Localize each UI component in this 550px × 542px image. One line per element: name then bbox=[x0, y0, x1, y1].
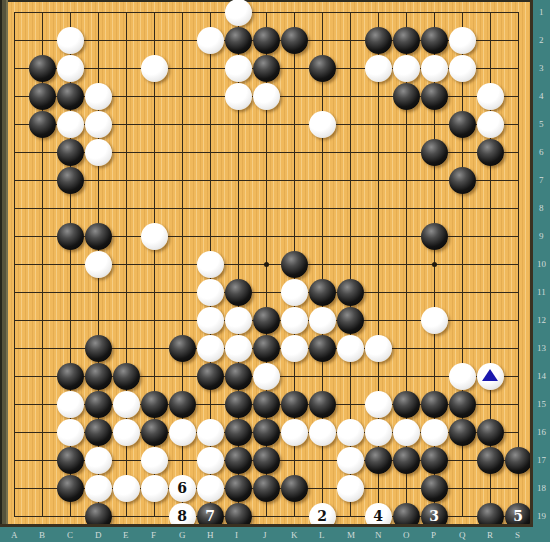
stone-black bbox=[253, 447, 280, 474]
stone-white bbox=[225, 55, 252, 82]
row-label: 1 bbox=[539, 8, 544, 17]
stone-black bbox=[365, 447, 392, 474]
row-label: 16 bbox=[537, 428, 546, 437]
column-label: Q bbox=[459, 531, 466, 540]
stone-white bbox=[141, 223, 168, 250]
stone-black bbox=[421, 391, 448, 418]
column-label: P bbox=[431, 531, 436, 540]
move-number-label: 2 bbox=[317, 509, 327, 523]
move-number-label: 8 bbox=[177, 509, 187, 523]
stone-black bbox=[57, 83, 84, 110]
stone-white bbox=[225, 0, 252, 26]
stone-black bbox=[29, 111, 56, 138]
stone-black bbox=[281, 27, 308, 54]
column-coordinates-bar bbox=[0, 527, 550, 542]
move-number-label: 5 bbox=[513, 509, 523, 523]
stone-white bbox=[337, 475, 364, 502]
move-number-label: 4 bbox=[373, 509, 383, 523]
stone-black bbox=[85, 363, 112, 390]
row-label: 9 bbox=[539, 232, 544, 241]
last-move-triangle-marker bbox=[482, 369, 498, 381]
stone-black bbox=[57, 223, 84, 250]
stone-black bbox=[393, 83, 420, 110]
stone-white bbox=[281, 279, 308, 306]
row-label: 13 bbox=[537, 344, 546, 353]
column-label: A bbox=[11, 531, 18, 540]
stone-white bbox=[309, 419, 336, 446]
stone-black bbox=[169, 391, 196, 418]
stone-black bbox=[225, 363, 252, 390]
stone-black bbox=[85, 335, 112, 362]
stone-black bbox=[225, 27, 252, 54]
stone-white bbox=[85, 475, 112, 502]
stone-white bbox=[477, 83, 504, 110]
stone-black bbox=[449, 167, 476, 194]
stone-white bbox=[421, 307, 448, 334]
stone-black bbox=[449, 419, 476, 446]
row-label: 2 bbox=[539, 36, 544, 45]
stone-white bbox=[57, 55, 84, 82]
stone-white bbox=[421, 419, 448, 446]
stone-white bbox=[141, 55, 168, 82]
grid-line-vertical bbox=[518, 12, 519, 517]
stone-black bbox=[141, 419, 168, 446]
stone-white bbox=[197, 251, 224, 278]
row-label: 8 bbox=[539, 204, 544, 213]
stone-black bbox=[309, 335, 336, 362]
stone-black bbox=[253, 335, 280, 362]
stone-white bbox=[281, 307, 308, 334]
stone-white bbox=[141, 475, 168, 502]
column-label: G bbox=[179, 531, 186, 540]
stone-black bbox=[197, 363, 224, 390]
move-number-label: 3 bbox=[429, 509, 439, 523]
stone-white bbox=[85, 139, 112, 166]
grid-line-horizontal bbox=[14, 292, 519, 293]
stone-white bbox=[225, 307, 252, 334]
stone-black bbox=[421, 27, 448, 54]
row-label: 15 bbox=[537, 400, 546, 409]
stone-white bbox=[113, 475, 140, 502]
stone-white bbox=[169, 419, 196, 446]
row-label: 14 bbox=[537, 372, 546, 381]
row-label: 18 bbox=[537, 484, 546, 493]
stone-white bbox=[141, 447, 168, 474]
column-label: K bbox=[291, 531, 298, 540]
column-label: L bbox=[319, 531, 325, 540]
row-label: 4 bbox=[539, 92, 544, 101]
stone-white bbox=[197, 279, 224, 306]
stone-black bbox=[225, 475, 252, 502]
move-number-label: 7 bbox=[205, 509, 215, 523]
column-label: O bbox=[403, 531, 410, 540]
stone-black bbox=[29, 83, 56, 110]
stone-black bbox=[225, 391, 252, 418]
stone-white bbox=[281, 335, 308, 362]
stone-black bbox=[281, 391, 308, 418]
stone-white bbox=[57, 391, 84, 418]
stone-white bbox=[421, 55, 448, 82]
column-label: N bbox=[375, 531, 382, 540]
stone-white bbox=[449, 363, 476, 390]
stone-white bbox=[197, 27, 224, 54]
stone-black bbox=[281, 251, 308, 278]
stone-white bbox=[365, 419, 392, 446]
stone-black bbox=[449, 111, 476, 138]
stone-black bbox=[449, 391, 476, 418]
stone-black bbox=[57, 475, 84, 502]
stone-black bbox=[253, 391, 280, 418]
stone-black bbox=[477, 447, 504, 474]
stone-black bbox=[421, 447, 448, 474]
stone-white bbox=[225, 83, 252, 110]
stone-black bbox=[85, 391, 112, 418]
column-label: H bbox=[207, 531, 214, 540]
stone-white bbox=[365, 335, 392, 362]
stone-white bbox=[197, 475, 224, 502]
column-label: C bbox=[67, 531, 73, 540]
stone-white bbox=[365, 55, 392, 82]
stone-black bbox=[57, 167, 84, 194]
row-label: 19 bbox=[537, 512, 546, 521]
stone-black bbox=[85, 223, 112, 250]
stone-black bbox=[57, 139, 84, 166]
row-label: 7 bbox=[539, 176, 544, 185]
stone-white bbox=[197, 307, 224, 334]
stone-white bbox=[337, 447, 364, 474]
stone-white bbox=[57, 419, 84, 446]
stone-white bbox=[337, 335, 364, 362]
stone-white bbox=[57, 27, 84, 54]
stone-white bbox=[197, 447, 224, 474]
stone-black bbox=[169, 335, 196, 362]
stone-black bbox=[113, 363, 140, 390]
row-label: 6 bbox=[539, 148, 544, 157]
row-label: 17 bbox=[537, 456, 546, 465]
stone-black bbox=[225, 279, 252, 306]
stone-black bbox=[421, 223, 448, 250]
column-label: M bbox=[347, 531, 355, 540]
column-label: R bbox=[487, 531, 493, 540]
row-label: 11 bbox=[537, 288, 546, 297]
stone-black bbox=[421, 83, 448, 110]
stone-black bbox=[421, 475, 448, 502]
stone-white bbox=[309, 307, 336, 334]
column-label: J bbox=[263, 531, 267, 540]
stone-white bbox=[225, 335, 252, 362]
stone-white bbox=[393, 419, 420, 446]
stone-black bbox=[393, 447, 420, 474]
stone-white bbox=[113, 391, 140, 418]
board-frame-top bbox=[0, 0, 550, 2]
stone-white bbox=[85, 111, 112, 138]
stone-white bbox=[253, 363, 280, 390]
column-label: B bbox=[39, 531, 45, 540]
stone-black bbox=[281, 475, 308, 502]
column-label: S bbox=[515, 531, 520, 540]
stone-white bbox=[309, 111, 336, 138]
stone-white bbox=[253, 83, 280, 110]
stone-black bbox=[393, 391, 420, 418]
stone-white bbox=[85, 83, 112, 110]
stone-black bbox=[421, 139, 448, 166]
stone-black bbox=[253, 27, 280, 54]
stone-black bbox=[57, 363, 84, 390]
stone-black bbox=[393, 27, 420, 54]
stone-white bbox=[449, 55, 476, 82]
stone-black bbox=[29, 55, 56, 82]
go-board-app: 6872435 ABCDEFGHIJKLMNOPQRS1234567891011… bbox=[0, 0, 550, 542]
column-label: E bbox=[123, 531, 129, 540]
stone-white bbox=[85, 251, 112, 278]
star-point bbox=[432, 262, 437, 267]
stone-white bbox=[365, 391, 392, 418]
star-point bbox=[264, 262, 269, 267]
stone-black bbox=[309, 391, 336, 418]
column-label: I bbox=[235, 531, 238, 540]
stone-white bbox=[85, 447, 112, 474]
stone-white bbox=[281, 419, 308, 446]
row-label: 12 bbox=[537, 316, 546, 325]
stone-white bbox=[57, 111, 84, 138]
stone-black bbox=[253, 55, 280, 82]
stone-white bbox=[337, 419, 364, 446]
stone-black bbox=[253, 475, 280, 502]
stone-black bbox=[57, 447, 84, 474]
stone-white bbox=[449, 27, 476, 54]
stone-black bbox=[225, 419, 252, 446]
board-frame-left bbox=[0, 0, 8, 527]
stone-white bbox=[477, 111, 504, 138]
stone-white bbox=[393, 55, 420, 82]
stone-white bbox=[197, 335, 224, 362]
stone-black bbox=[365, 27, 392, 54]
stone-black bbox=[225, 447, 252, 474]
stone-black bbox=[253, 419, 280, 446]
stone-black bbox=[309, 279, 336, 306]
move-number-label: 6 bbox=[177, 481, 187, 495]
stone-black bbox=[477, 139, 504, 166]
stone-white: 6 bbox=[169, 475, 196, 502]
row-label: 10 bbox=[537, 260, 546, 269]
column-label: D bbox=[95, 531, 102, 540]
stone-black bbox=[141, 391, 168, 418]
stone-black bbox=[253, 307, 280, 334]
stone-black bbox=[85, 419, 112, 446]
stone-black bbox=[337, 307, 364, 334]
stone-black bbox=[477, 419, 504, 446]
row-label: 5 bbox=[539, 120, 544, 129]
column-label: F bbox=[151, 531, 156, 540]
stone-white bbox=[197, 419, 224, 446]
stone-black bbox=[337, 279, 364, 306]
row-label: 3 bbox=[539, 64, 544, 73]
stone-black bbox=[505, 447, 532, 474]
stone-black bbox=[309, 55, 336, 82]
stone-white bbox=[477, 363, 504, 390]
stone-white bbox=[113, 419, 140, 446]
